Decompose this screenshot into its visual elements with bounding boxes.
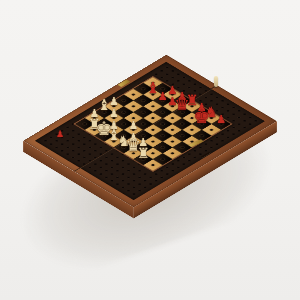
stored-red-piece[interactable]: ♟: [56, 130, 64, 139]
piece-bone-rook-g1[interactable]: ♜: [137, 146, 150, 160]
piece-red-pawn-c7[interactable]: ♟: [158, 90, 168, 101]
product-photo-scene: ♟♝♟♟♜♟♟♟♛♝♞♟♟♟♚♟♟♜♚♟♝♟♞♛♜♟: [0, 0, 300, 300]
piece-red-king-g7[interactable]: ♚: [193, 106, 210, 125]
piece-red-pawn-h8[interactable]: ♟: [216, 114, 226, 125]
piece-bone-pawn-d3[interactable]: ♟: [128, 120, 138, 131]
piece-red-queen-e7[interactable]: ♛: [175, 97, 190, 114]
